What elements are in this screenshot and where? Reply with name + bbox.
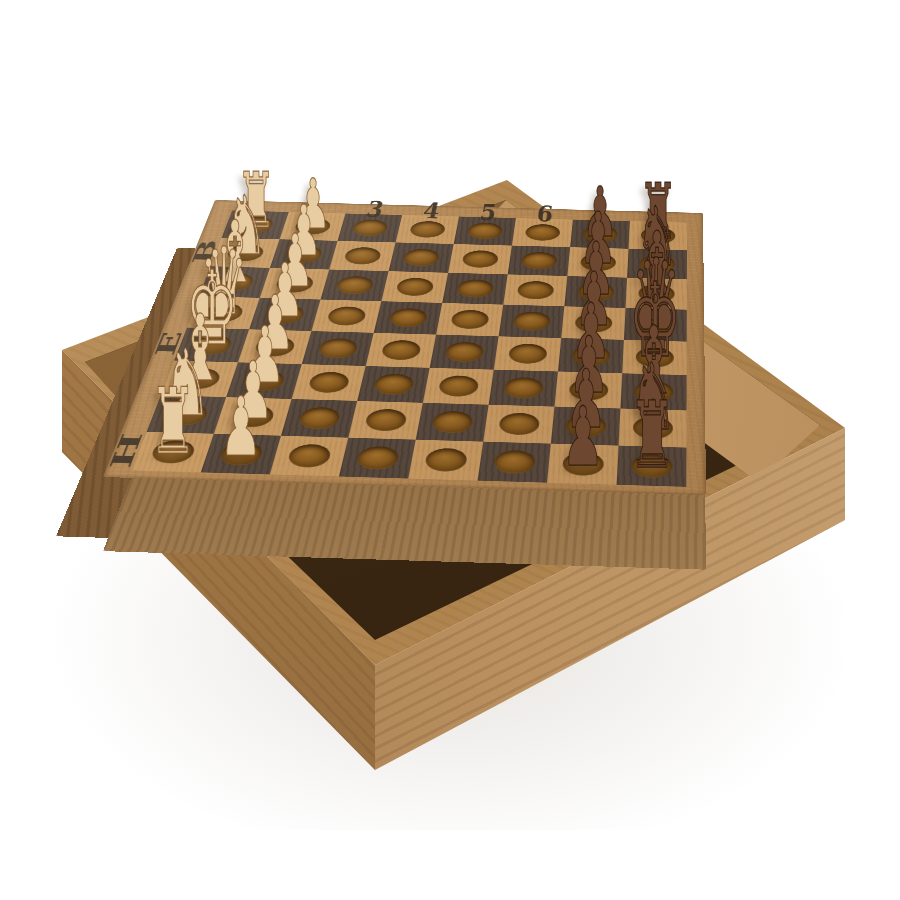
white-rook-h1[interactable]: ♜ [150,376,197,467]
black-rook-h8[interactable]: ♜ [628,389,676,481]
pieces-layer: ♜♟♟♜♞♟♟♞♝♟♟♝♛♟♟♛♚♟♟♚♝♟♟♝♞♟♟♞♜♟♟♜ [0,0,900,900]
scene: 3456BEH ♜♟♟♜♞♟♟♞♝♟♟♝♛♟♟♛♚♟♟♚♝♟♟♝♞♟♟♞♜♟♟♜ [0,0,900,900]
black-pawn-h7[interactable]: ♟ [562,396,604,478]
white-pawn-h2[interactable]: ♟ [220,386,262,468]
